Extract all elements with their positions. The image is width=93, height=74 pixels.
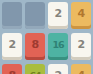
tile-2: 2 xyxy=(2,33,22,60)
tile-64: 64 xyxy=(25,64,45,74)
board-2048[interactable]: 242816286424 xyxy=(0,0,93,74)
tile-value: 2 xyxy=(54,8,61,23)
tile-8: 8 xyxy=(2,64,22,74)
tile-value: 4 xyxy=(77,8,84,23)
tile-value: 16 xyxy=(52,40,63,54)
tile-4: 4 xyxy=(71,2,91,29)
tile-value: 8 xyxy=(8,70,15,74)
tile-16: 16 xyxy=(48,33,68,60)
tile-value: 8 xyxy=(31,39,38,54)
tile-4: 4 xyxy=(71,64,91,74)
tile-value: 2 xyxy=(77,39,84,54)
game-viewport: 242816286424 xyxy=(0,0,93,74)
tile-value: 64 xyxy=(29,71,40,74)
tile-2: 2 xyxy=(48,2,68,29)
empty-slot xyxy=(25,2,45,29)
tile-2: 2 xyxy=(48,64,68,74)
tile-value: 2 xyxy=(8,39,15,54)
tile-value: 4 xyxy=(77,70,84,74)
empty-slot xyxy=(2,2,22,29)
tile-value: 2 xyxy=(54,70,61,74)
tile-8: 8 xyxy=(25,33,45,60)
tile-2: 2 xyxy=(71,33,91,60)
